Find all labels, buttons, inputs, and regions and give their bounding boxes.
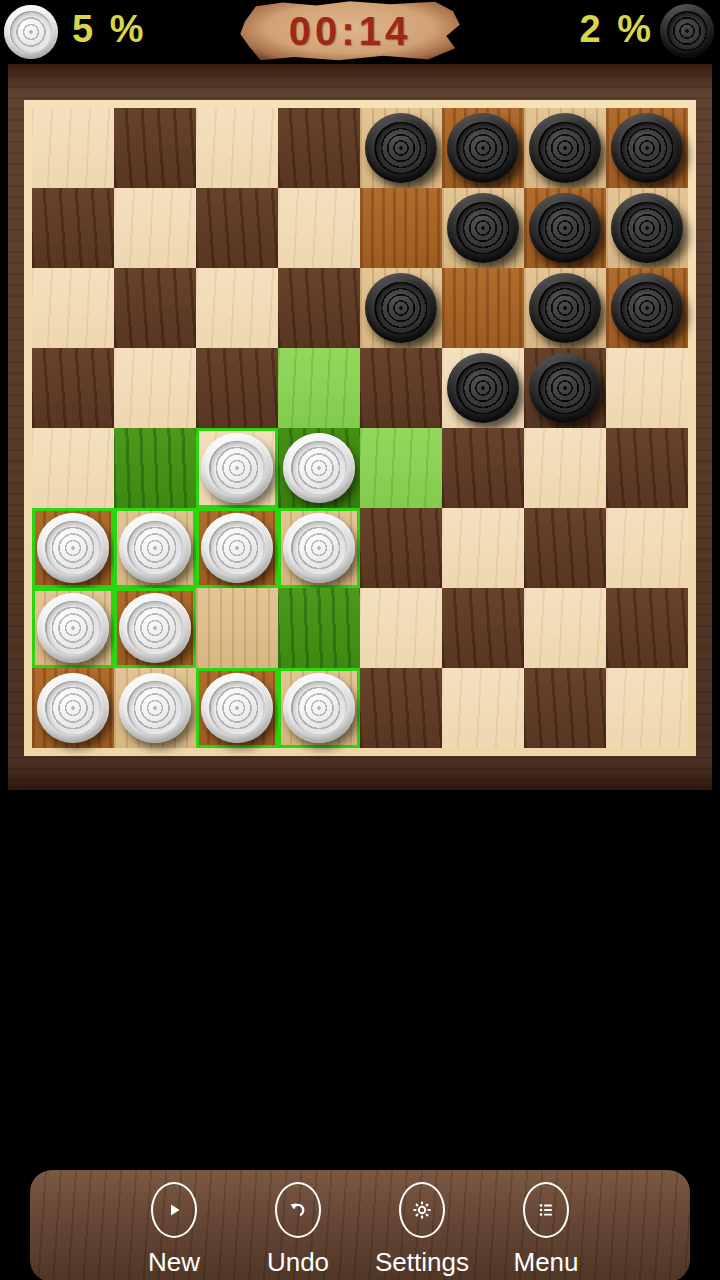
square-b6[interactable] bbox=[114, 268, 196, 348]
undo-label: Undo bbox=[267, 1247, 329, 1278]
settings-button[interactable]: Settings bbox=[382, 1182, 462, 1278]
square-f2[interactable] bbox=[442, 588, 524, 668]
square-b3[interactable] bbox=[114, 508, 196, 588]
square-e8[interactable] bbox=[360, 108, 442, 188]
board-grid[interactable] bbox=[32, 108, 688, 748]
square-f8[interactable] bbox=[442, 108, 524, 188]
white-score: 5 % bbox=[72, 8, 146, 51]
checker-black-f5[interactable] bbox=[447, 353, 519, 423]
checker-white-c4[interactable] bbox=[201, 433, 273, 503]
square-a1[interactable] bbox=[32, 668, 114, 748]
checker-white-d3[interactable] bbox=[283, 513, 355, 583]
square-h7[interactable] bbox=[606, 188, 688, 268]
square-b1[interactable] bbox=[114, 668, 196, 748]
checker-black-h8[interactable] bbox=[611, 113, 683, 183]
checker-white-b3[interactable] bbox=[119, 513, 191, 583]
square-c7[interactable] bbox=[196, 188, 278, 268]
square-e7[interactable] bbox=[360, 188, 442, 268]
square-h4[interactable] bbox=[606, 428, 688, 508]
play-icon bbox=[151, 1182, 197, 1238]
square-g3[interactable] bbox=[524, 508, 606, 588]
square-e5[interactable] bbox=[360, 348, 442, 428]
square-g8[interactable] bbox=[524, 108, 606, 188]
square-d1[interactable] bbox=[278, 668, 360, 748]
square-b2[interactable] bbox=[114, 588, 196, 668]
square-h6[interactable] bbox=[606, 268, 688, 348]
square-a5[interactable] bbox=[32, 348, 114, 428]
black-score: 2 % bbox=[580, 8, 654, 51]
checker-black-e6[interactable] bbox=[365, 273, 437, 343]
square-f1[interactable] bbox=[442, 668, 524, 748]
square-e6[interactable] bbox=[360, 268, 442, 348]
square-d3[interactable] bbox=[278, 508, 360, 588]
board-frame bbox=[8, 64, 712, 790]
white-checker-icon bbox=[4, 5, 58, 59]
square-f6[interactable] bbox=[442, 268, 524, 348]
square-g7[interactable] bbox=[524, 188, 606, 268]
square-e4[interactable] bbox=[360, 428, 442, 508]
black-checker-icon bbox=[660, 4, 714, 58]
gear-icon bbox=[399, 1182, 445, 1238]
square-h5[interactable] bbox=[606, 348, 688, 428]
checker-white-c1[interactable] bbox=[201, 673, 273, 743]
timer-plank: 00:14 bbox=[238, 0, 462, 62]
checker-black-h6[interactable] bbox=[611, 273, 683, 343]
bottom-toolbar: New Undo bbox=[30, 1170, 690, 1280]
square-f7[interactable] bbox=[442, 188, 524, 268]
square-f5[interactable] bbox=[442, 348, 524, 428]
square-c1[interactable] bbox=[196, 668, 278, 748]
settings-label: Settings bbox=[375, 1247, 469, 1278]
checker-white-b1[interactable] bbox=[119, 673, 191, 743]
square-h1[interactable] bbox=[606, 668, 688, 748]
square-d7[interactable] bbox=[278, 188, 360, 268]
new-game-label: New bbox=[148, 1247, 200, 1278]
square-b8[interactable] bbox=[114, 108, 196, 188]
square-c2[interactable] bbox=[196, 588, 278, 668]
checker-white-d1[interactable] bbox=[283, 673, 355, 743]
checker-black-e8[interactable] bbox=[365, 113, 437, 183]
square-a7[interactable] bbox=[32, 188, 114, 268]
undo-button[interactable]: Undo bbox=[258, 1182, 338, 1278]
checker-white-c3[interactable] bbox=[201, 513, 273, 583]
checker-white-a1[interactable] bbox=[37, 673, 109, 743]
square-g4[interactable] bbox=[524, 428, 606, 508]
square-e2[interactable] bbox=[360, 588, 442, 668]
square-d8[interactable] bbox=[278, 108, 360, 188]
square-a2[interactable] bbox=[32, 588, 114, 668]
square-a3[interactable] bbox=[32, 508, 114, 588]
square-e1[interactable] bbox=[360, 668, 442, 748]
checker-black-g6[interactable] bbox=[529, 273, 601, 343]
menu-button[interactable]: Menu bbox=[506, 1182, 586, 1278]
square-g2[interactable] bbox=[524, 588, 606, 668]
square-b5[interactable] bbox=[114, 348, 196, 428]
board bbox=[24, 100, 696, 756]
square-f3[interactable] bbox=[442, 508, 524, 588]
square-c8[interactable] bbox=[196, 108, 278, 188]
square-g6[interactable] bbox=[524, 268, 606, 348]
checker-white-a2[interactable] bbox=[37, 593, 109, 663]
timer: 00:14 bbox=[289, 9, 411, 54]
square-b7[interactable] bbox=[114, 188, 196, 268]
status-bar: 5 % 00:14 2 % bbox=[0, 0, 720, 64]
square-d5[interactable] bbox=[278, 348, 360, 428]
square-b4[interactable] bbox=[114, 428, 196, 508]
checker-white-d4[interactable] bbox=[283, 433, 355, 503]
square-a6[interactable] bbox=[32, 268, 114, 348]
square-g5[interactable] bbox=[524, 348, 606, 428]
checker-black-g7[interactable] bbox=[529, 193, 601, 263]
square-h3[interactable] bbox=[606, 508, 688, 588]
list-icon bbox=[523, 1182, 569, 1238]
square-a4[interactable] bbox=[32, 428, 114, 508]
checker-black-h7[interactable] bbox=[611, 193, 683, 263]
square-c4[interactable] bbox=[196, 428, 278, 508]
square-c5[interactable] bbox=[196, 348, 278, 428]
checker-white-a3[interactable] bbox=[37, 513, 109, 583]
square-c3[interactable] bbox=[196, 508, 278, 588]
square-c6[interactable] bbox=[196, 268, 278, 348]
new-game-button[interactable]: New bbox=[134, 1182, 214, 1278]
square-h8[interactable] bbox=[606, 108, 688, 188]
square-g1[interactable] bbox=[524, 668, 606, 748]
square-h2[interactable] bbox=[606, 588, 688, 668]
app-screen: 5 % 00:14 2 % New Undo bbox=[0, 0, 720, 1280]
square-d4[interactable] bbox=[278, 428, 360, 508]
checker-black-f8[interactable] bbox=[447, 113, 519, 183]
menu-label: Menu bbox=[513, 1247, 578, 1278]
square-d2[interactable] bbox=[278, 588, 360, 668]
checker-black-g5[interactable] bbox=[529, 353, 601, 423]
undo-icon bbox=[275, 1182, 321, 1238]
checker-black-g8[interactable] bbox=[529, 113, 601, 183]
checker-black-f7[interactable] bbox=[447, 193, 519, 263]
checker-white-b2[interactable] bbox=[119, 593, 191, 663]
square-f4[interactable] bbox=[442, 428, 524, 508]
square-d6[interactable] bbox=[278, 268, 360, 348]
square-e3[interactable] bbox=[360, 508, 442, 588]
square-a8[interactable] bbox=[32, 108, 114, 188]
